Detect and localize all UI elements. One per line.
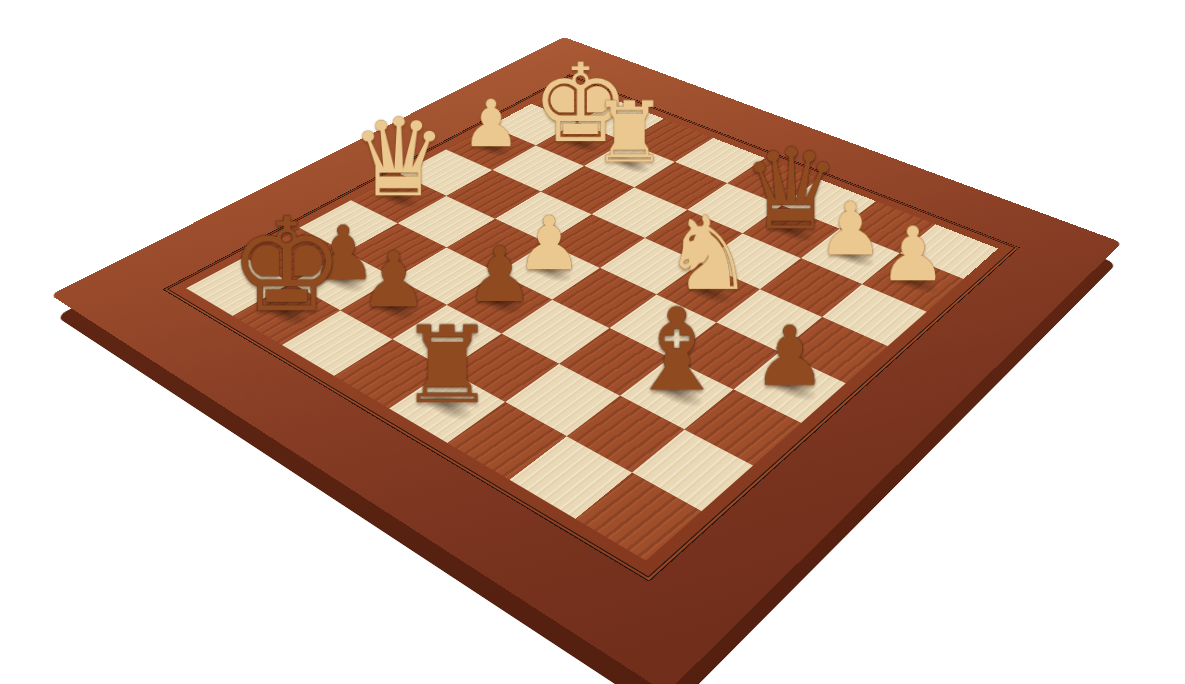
piece-white-pawn-a3: ♟: [462, 91, 520, 156]
board-photo-scene: ♚♜♛♟♟♟♞♛♟♟♟♝♟♟♚♜: [0, 0, 1185, 684]
piece-black-rook-e8: ♜: [399, 312, 495, 419]
piece-black-bishop-g6: ♝: [626, 293, 729, 408]
piece-black-pawn-h5: ♟: [753, 314, 827, 397]
playing-area-border: ♚♜♛♟♟♟♞♛♟♟♟♝♟♟♚♜: [163, 74, 1020, 581]
square-b8[interactable]: ♚: [233, 283, 341, 345]
piece-black-pawn-d6: ♟: [465, 236, 534, 313]
piece-white-pawn-g2: ♟: [818, 192, 884, 265]
piece-white-pawn-h2: ♟: [879, 216, 946, 291]
piece-black-king-b8: ♚: [229, 200, 345, 330]
board-frame: ♚♜♛♟♟♟♞♛♟♟♟♝♟♟♚♜: [50, 37, 1121, 684]
piece-white-queen-a5: ♛: [350, 104, 447, 212]
piece-white-rook-c2: ♜: [592, 91, 668, 175]
chess-board: ♚♜♛♟♟♟♞♛♟♟♟♝♟♟♚♜: [50, 37, 1121, 684]
